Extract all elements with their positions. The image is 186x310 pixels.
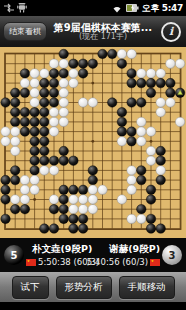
end-watching-button[interactable]: 结束看棋 [3, 22, 47, 41]
stone-black [59, 69, 68, 79]
stone-white [40, 166, 50, 176]
stone-black [1, 175, 11, 185]
info-icon[interactable]: i [161, 22, 181, 42]
player-bar: 5 朴文垚(9段P) 5:50:38 (60/3) 谢赫(9段P) 5:40:5… [0, 238, 186, 272]
stone-black [40, 146, 50, 156]
stone-black [20, 88, 30, 98]
stone-black [10, 204, 20, 214]
stone-black [59, 49, 68, 59]
stone-white [88, 185, 98, 195]
stone-black [49, 204, 59, 214]
stone-white [127, 166, 137, 176]
move-navigation-button[interactable]: 手顺移动 [119, 276, 175, 299]
stone-black [137, 78, 147, 88]
stone-black [30, 156, 40, 166]
stone-black [137, 166, 147, 176]
stone-white [78, 98, 88, 108]
stone-white [20, 78, 30, 88]
stone-black [146, 195, 156, 205]
stone-white [137, 137, 147, 147]
stone-black [78, 224, 88, 234]
stone-black [146, 78, 156, 88]
stone-black [20, 117, 30, 127]
stone-black [127, 98, 137, 108]
black-player-flag-icon [26, 259, 36, 266]
stone-black [20, 69, 30, 79]
stone-black [137, 204, 147, 214]
stone-white [146, 146, 156, 156]
stone-white [117, 195, 127, 205]
stone-black [137, 175, 147, 185]
white-capture-sphere: 3 [162, 245, 182, 265]
stone-black [49, 156, 59, 166]
stone-black [40, 117, 50, 127]
stone-white [156, 69, 166, 79]
board-grid [0, 47, 186, 238]
stone-white [127, 49, 137, 59]
stone-black [10, 166, 20, 176]
stone-black [40, 78, 50, 88]
stone-black [78, 69, 88, 79]
stone-white [69, 195, 79, 205]
stone-white [59, 88, 68, 98]
stone-white [30, 175, 40, 185]
stone-black [40, 107, 50, 117]
usb-debug-icon [3, 3, 15, 13]
stone-white [30, 88, 40, 98]
stone-black [166, 78, 176, 88]
stone-black [10, 107, 20, 117]
stone-black [30, 107, 40, 117]
stone-white [156, 107, 166, 117]
stone-white [10, 127, 20, 137]
stone-white [166, 59, 176, 68]
stone-white [20, 185, 30, 195]
stone-black [49, 69, 59, 79]
stone-white [40, 69, 50, 79]
stone-black [88, 59, 98, 68]
white-player-time: 5:40:56 (60/3) [87, 257, 148, 267]
stone-black [20, 107, 30, 117]
stone-white [88, 204, 98, 214]
stone-white [49, 127, 59, 137]
stone-white [30, 78, 40, 88]
stone-white [88, 195, 98, 205]
stone-black [88, 166, 98, 176]
stone-white [69, 204, 79, 214]
stone-white [137, 69, 147, 79]
stone-black [10, 175, 20, 185]
stone-black [127, 137, 137, 147]
stone-black [166, 88, 176, 98]
stone-white [30, 185, 40, 195]
stone-white [59, 59, 68, 68]
stone-black [40, 156, 50, 166]
stone-black [69, 156, 79, 166]
stone-black [59, 204, 68, 214]
stone-white [30, 69, 40, 79]
stone-black [10, 117, 20, 127]
stone-white [59, 98, 68, 108]
stone-black [1, 195, 11, 205]
stone-white [137, 127, 147, 137]
stone-white [10, 137, 20, 147]
stone-white [146, 156, 156, 166]
stone-white [10, 195, 20, 205]
stone-black [127, 69, 137, 79]
stone-black [40, 127, 50, 137]
stone-white [49, 117, 59, 127]
stone-black [117, 117, 127, 127]
black-player-info: 朴文垚(9段P) 5:50:38 (60/3) [24, 243, 93, 267]
stone-black [98, 49, 108, 59]
stone-black [49, 224, 59, 234]
stone-white [10, 146, 20, 156]
stone-black [78, 214, 88, 224]
stone-black [40, 137, 50, 147]
move-count-subtitle: (现在 171手) [47, 33, 159, 42]
stone-black [69, 59, 79, 68]
stone-black [156, 175, 166, 185]
stone-black [88, 175, 98, 185]
white-player-flag-icon [150, 259, 160, 266]
stone-white [49, 59, 59, 68]
stone-black [127, 127, 137, 137]
stone-white [137, 117, 147, 127]
white-player-info: 谢赫(9段P) 5:40:56 (60/3) [93, 243, 162, 267]
stone-black [40, 88, 50, 98]
stone-white [1, 137, 11, 147]
stone-black [1, 214, 11, 224]
stone-black [59, 195, 68, 205]
stone-black [30, 137, 40, 147]
stone-black [107, 49, 117, 59]
stone-black [156, 224, 166, 234]
stone-black [1, 98, 11, 108]
stone-black [146, 185, 156, 195]
stone-black [137, 98, 147, 108]
stone-white [166, 98, 176, 108]
stone-black [59, 185, 68, 195]
stone-white [20, 195, 30, 205]
stone-white [127, 175, 137, 185]
stone-white [117, 137, 127, 147]
stone-black [30, 127, 40, 137]
stone-black [117, 127, 127, 137]
stone-white [156, 166, 166, 176]
stone-black [20, 204, 30, 214]
stone-black [156, 156, 166, 166]
stone-black [10, 88, 20, 98]
stone-white [127, 185, 137, 195]
battery-icon [126, 4, 139, 12]
stone-black [30, 117, 40, 127]
stone-black [30, 166, 40, 176]
stone-white [59, 107, 68, 117]
stone-black [69, 214, 79, 224]
stone-black [117, 107, 127, 117]
stone-black [1, 185, 11, 195]
stone-black [49, 98, 59, 108]
stone-black [156, 146, 166, 156]
game-title: 第9届倡棋杯本赛第... [47, 22, 159, 33]
bottom-strip [0, 302, 186, 310]
stone-black [107, 98, 117, 108]
stone-white [78, 195, 88, 205]
stone-black [127, 78, 137, 88]
wifi-icon [111, 4, 123, 13]
stone-black [69, 185, 79, 195]
stone-black [146, 214, 156, 224]
stone-black [78, 185, 88, 195]
stone-white [49, 195, 59, 205]
stone-white [127, 214, 137, 224]
stone-black [146, 224, 156, 234]
title-bar: 结束看棋 第9届倡棋杯本赛第... (现在 171手) i [0, 16, 186, 47]
bottom-button-bar: 试下 形势分析 手顺移动 [0, 272, 186, 302]
white-player-name: 谢赫(9段P) [109, 243, 160, 256]
stone-white [137, 214, 147, 224]
android-robot-icon [17, 3, 27, 13]
stone-white [88, 98, 98, 108]
stone-black [78, 59, 88, 68]
status-bar: 오후 5:47 [0, 0, 186, 16]
stone-white [175, 59, 185, 68]
stone-black [59, 146, 68, 156]
stone-black [40, 224, 50, 234]
stone-black [117, 59, 127, 68]
title-block: 第9届倡棋杯本赛第... (现在 171手) [47, 22, 159, 42]
stone-white [98, 185, 108, 195]
stone-white [1, 127, 11, 137]
go-board[interactable] [0, 47, 186, 238]
stone-white [20, 175, 30, 185]
app-screen: 오후 5:47 结束看棋 第9届倡棋杯本赛第... (现在 171手) i [0, 0, 186, 310]
stone-black [59, 156, 68, 166]
stone-white [146, 69, 156, 79]
stone-black [20, 127, 30, 137]
status-clock: 오후 5:47 [142, 2, 183, 15]
stone-white [69, 69, 79, 79]
stone-white [59, 78, 68, 88]
stone-black [49, 88, 59, 98]
try-move-button[interactable]: 试下 [12, 276, 49, 299]
stone-black [156, 78, 166, 88]
stone-white [156, 98, 166, 108]
stone-black [30, 146, 40, 156]
stone-black [49, 78, 59, 88]
stone-black [59, 214, 68, 224]
position-analysis-button[interactable]: 形势分析 [56, 276, 112, 299]
stone-white [49, 107, 59, 117]
stone-white [49, 166, 59, 176]
stone-black [10, 98, 20, 108]
stone-black [146, 88, 156, 98]
stone-white [146, 127, 156, 137]
stone-white [69, 78, 79, 88]
stone-white [78, 204, 88, 214]
stone-white [30, 98, 40, 108]
stone-black [69, 224, 79, 234]
stone-white [59, 117, 68, 127]
stone-white [175, 117, 185, 127]
black-player-name: 朴文垚(9段P) [26, 243, 91, 256]
stone-black [40, 98, 50, 108]
black-capture-sphere: 5 [4, 245, 24, 265]
stone-white [117, 49, 127, 59]
